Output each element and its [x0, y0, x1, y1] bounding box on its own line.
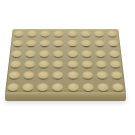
- stud: [111, 72, 122, 79]
- grid-cell-r2c8: [106, 38, 121, 48]
- grid-cell-r1c7: [92, 29, 106, 39]
- grid-cell-r1c5: [66, 29, 79, 39]
- stud: [53, 72, 64, 79]
- stud: [109, 50, 120, 57]
- stud: [26, 40, 36, 46]
- grid-cell-r2c6: [79, 38, 93, 48]
- stud: [81, 31, 91, 37]
- grid-cell-r2c3: [38, 38, 52, 48]
- grid-cell-r4c3: [37, 59, 52, 70]
- stud: [23, 72, 34, 79]
- stud: [82, 83, 93, 91]
- stud: [96, 61, 107, 68]
- grid-cell-r2c7: [92, 38, 106, 48]
- grid-cell-r5c3: [36, 70, 51, 81]
- grid-cell-r5c2: [21, 70, 36, 81]
- stud: [25, 50, 36, 57]
- grid-cell-r2c1: [10, 38, 25, 48]
- stud: [107, 31, 117, 37]
- grid-cell-r3c1: [9, 48, 24, 58]
- stud: [53, 50, 63, 57]
- lego-plate-photo: [0, 0, 135, 135]
- stud: [67, 50, 77, 57]
- stud: [67, 40, 77, 46]
- grid-cell-r3c2: [23, 48, 38, 58]
- stud: [40, 40, 50, 46]
- grid-cell-r3c8: [107, 48, 122, 58]
- stud: [67, 72, 78, 79]
- stud-grid: [5, 29, 126, 93]
- stud: [96, 72, 107, 79]
- plate-top-surface: [5, 29, 126, 93]
- stud: [97, 83, 108, 91]
- stud: [37, 83, 48, 91]
- plate-front-wall: [5, 92, 126, 101]
- grid-cell-r3c5: [66, 48, 80, 58]
- grid-cell-r4c6: [80, 59, 95, 70]
- grid-cell-r5c4: [51, 70, 66, 81]
- stud: [10, 61, 21, 68]
- grid-cell-r2c2: [24, 38, 38, 48]
- stud: [112, 83, 124, 91]
- grid-cell-r4c7: [94, 59, 109, 70]
- stud: [54, 31, 64, 37]
- stud: [39, 61, 50, 68]
- stud: [22, 83, 33, 91]
- stud: [11, 50, 22, 57]
- stud: [68, 83, 79, 91]
- stud: [39, 50, 49, 57]
- stud: [94, 31, 104, 37]
- stud: [82, 61, 93, 68]
- stud: [53, 61, 63, 68]
- grid-cell-r1c1: [12, 29, 26, 39]
- grid-cell-r4c2: [22, 59, 37, 70]
- stud: [95, 50, 106, 57]
- stud: [81, 50, 91, 57]
- grid-cell-r2c4: [52, 38, 66, 48]
- grid-cell-r1c3: [39, 29, 53, 39]
- grid-cell-r4c4: [51, 59, 65, 70]
- grid-cell-r1c8: [105, 29, 119, 39]
- grid-cell-r3c4: [51, 48, 65, 58]
- stud: [40, 31, 50, 37]
- stud: [27, 31, 37, 37]
- stud: [81, 40, 91, 46]
- grid-cell-r5c1: [6, 70, 22, 81]
- grid-cell-r4c1: [8, 59, 23, 70]
- stud: [67, 61, 77, 68]
- stud: [108, 40, 119, 46]
- grid-cell-r5c6: [80, 70, 95, 81]
- grid-cell-r5c5: [66, 70, 81, 81]
- stud: [82, 72, 93, 79]
- stud: [67, 31, 77, 37]
- grid-cell-r1c6: [79, 29, 93, 39]
- stud: [9, 72, 20, 79]
- stud: [12, 40, 23, 46]
- stud: [38, 72, 49, 79]
- stud: [110, 61, 121, 68]
- grid-cell-r1c2: [25, 29, 39, 39]
- grid-cell-r3c7: [93, 48, 108, 58]
- grid-cell-r4c5: [66, 59, 80, 70]
- stud: [7, 83, 19, 91]
- stud: [14, 31, 24, 37]
- grid-cell-r4c8: [108, 59, 123, 70]
- grid-cell-r5c8: [109, 70, 125, 81]
- grid-cell-r5c7: [94, 70, 109, 81]
- grid-cell-r1c4: [52, 29, 65, 39]
- grid-cell-r2c5: [66, 38, 80, 48]
- stud: [94, 40, 104, 46]
- stud: [54, 40, 64, 46]
- grid-cell-r3c3: [37, 48, 51, 58]
- stud: [52, 83, 63, 91]
- grid-cell-r3c6: [79, 48, 93, 58]
- stud: [24, 61, 35, 68]
